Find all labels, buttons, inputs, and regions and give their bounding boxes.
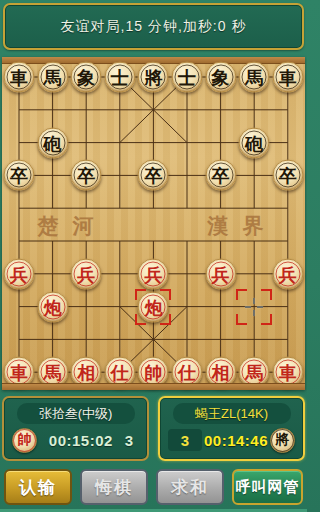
piece-black-卒[interactable]: 卒 xyxy=(205,160,236,191)
undo-move-button[interactable]: 悔棋 xyxy=(80,469,148,505)
player-panel-black: 蝎王ZL(14K) 3 00:14:46 將 xyxy=(158,396,305,461)
piece-glyph: 仕 xyxy=(111,364,129,382)
piece-glyph: 兵 xyxy=(77,265,95,283)
offer-draw-button[interactable]: 求和 xyxy=(156,469,224,505)
piece-red-兵[interactable]: 兵 xyxy=(4,258,35,289)
move-count-black: 3 xyxy=(168,429,202,451)
piece-glyph: 卒 xyxy=(279,167,297,185)
piece-glyph: 仕 xyxy=(178,364,196,382)
call-admin-button[interactable]: 呼叫网管 xyxy=(232,469,303,505)
piece-black-卒[interactable]: 卒 xyxy=(4,160,35,191)
red-general-icon: 帥 xyxy=(12,428,37,453)
piece-black-象[interactable]: 象 xyxy=(71,62,102,93)
piece-glyph: 兵 xyxy=(10,265,28,283)
piece-glyph: 卒 xyxy=(77,167,95,185)
piece-glyph: 砲 xyxy=(245,134,263,152)
piece-glyph: 車 xyxy=(10,364,28,382)
piece-glyph: 卒 xyxy=(144,167,162,185)
piece-black-砲[interactable]: 砲 xyxy=(239,127,270,158)
piece-red-仕[interactable]: 仕 xyxy=(104,357,135,388)
piece-glyph: 象 xyxy=(77,69,95,87)
piece-black-卒[interactable]: 卒 xyxy=(138,160,169,191)
piece-glyph: 卒 xyxy=(212,167,230,185)
piece-glyph: 相 xyxy=(212,364,230,382)
player-name-black: 蝎王ZL(14K) xyxy=(173,403,291,424)
piece-glyph: 兵 xyxy=(212,265,230,283)
piece-black-將[interactable]: 將 xyxy=(138,62,169,93)
piece-black-馬[interactable]: 馬 xyxy=(37,62,68,93)
piece-black-卒[interactable]: 卒 xyxy=(272,160,303,191)
piece-black-車[interactable]: 車 xyxy=(4,62,35,93)
piece-red-炮[interactable]: 炮 xyxy=(138,291,169,322)
black-general-icon: 將 xyxy=(270,428,295,453)
piece-black-砲[interactable]: 砲 xyxy=(37,127,68,158)
piece-glyph: 卒 xyxy=(10,167,28,185)
player-name-red: 张拾叁(中级) xyxy=(17,403,135,424)
piece-glyph: 兵 xyxy=(144,265,162,283)
cursor-crosshair-icon xyxy=(245,298,263,316)
piece-red-車[interactable]: 車 xyxy=(4,357,35,388)
piece-glyph: 士 xyxy=(111,69,129,87)
piece-glyph: 馬 xyxy=(245,364,263,382)
xiangqi-board[interactable]: 楚河 漢界 車馬象士將士象馬車砲砲卒卒卒卒卒兵兵兵兵兵炮炮車馬相仕帥仕相馬車 xyxy=(2,57,305,390)
piece-glyph: 將 xyxy=(144,69,162,87)
piece-glyph: 車 xyxy=(279,69,297,87)
match-info-bar: 友谊对局,15 分钟,加秒:0 秒 xyxy=(3,3,304,50)
piece-red-帥[interactable]: 帥 xyxy=(138,357,169,388)
piece-black-卒[interactable]: 卒 xyxy=(71,160,102,191)
piece-red-馬[interactable]: 馬 xyxy=(239,357,270,388)
piece-glyph: 砲 xyxy=(44,134,62,152)
piece-red-兵[interactable]: 兵 xyxy=(138,258,169,289)
match-info-text: 友谊对局,15 分钟,加秒:0 秒 xyxy=(61,18,247,36)
resign-button[interactable]: 认输 xyxy=(4,469,72,505)
piece-red-兵[interactable]: 兵 xyxy=(272,258,303,289)
piece-red-兵[interactable]: 兵 xyxy=(205,258,236,289)
action-button-row: 认输 悔棋 求和 呼叫网管 xyxy=(0,469,307,507)
piece-glyph: 炮 xyxy=(44,298,62,316)
piece-red-馬[interactable]: 馬 xyxy=(37,357,68,388)
river-label-right: 漢界 xyxy=(208,212,278,240)
piece-glyph: 帥 xyxy=(144,364,162,382)
player-panel-red: 张拾叁(中级) 帥 00:15:02 3 xyxy=(2,396,149,461)
river-label-left: 楚河 xyxy=(38,212,108,240)
piece-red-相[interactable]: 相 xyxy=(205,357,236,388)
piece-black-士[interactable]: 士 xyxy=(172,62,203,93)
piece-black-象[interactable]: 象 xyxy=(205,62,236,93)
piece-glyph: 馬 xyxy=(44,69,62,87)
piece-glyph: 炮 xyxy=(144,298,162,316)
piece-glyph: 相 xyxy=(77,364,95,382)
piece-glyph: 象 xyxy=(212,69,230,87)
piece-glyph: 車 xyxy=(279,364,297,382)
piece-glyph: 士 xyxy=(178,69,196,87)
piece-red-車[interactable]: 車 xyxy=(272,357,303,388)
piece-red-仕[interactable]: 仕 xyxy=(172,357,203,388)
piece-black-車[interactable]: 車 xyxy=(272,62,303,93)
move-count-red: 3 xyxy=(125,432,139,449)
piece-glyph: 馬 xyxy=(245,69,263,87)
piece-black-馬[interactable]: 馬 xyxy=(239,62,270,93)
piece-red-炮[interactable]: 炮 xyxy=(37,291,68,322)
piece-glyph: 馬 xyxy=(44,364,62,382)
piece-red-兵[interactable]: 兵 xyxy=(71,258,102,289)
piece-glyph: 車 xyxy=(10,69,28,87)
clock-red: 00:15:02 xyxy=(49,432,113,449)
clock-black: 00:14:46 xyxy=(204,432,268,449)
piece-glyph: 兵 xyxy=(279,265,297,283)
piece-black-士[interactable]: 士 xyxy=(104,62,135,93)
piece-red-相[interactable]: 相 xyxy=(71,357,102,388)
